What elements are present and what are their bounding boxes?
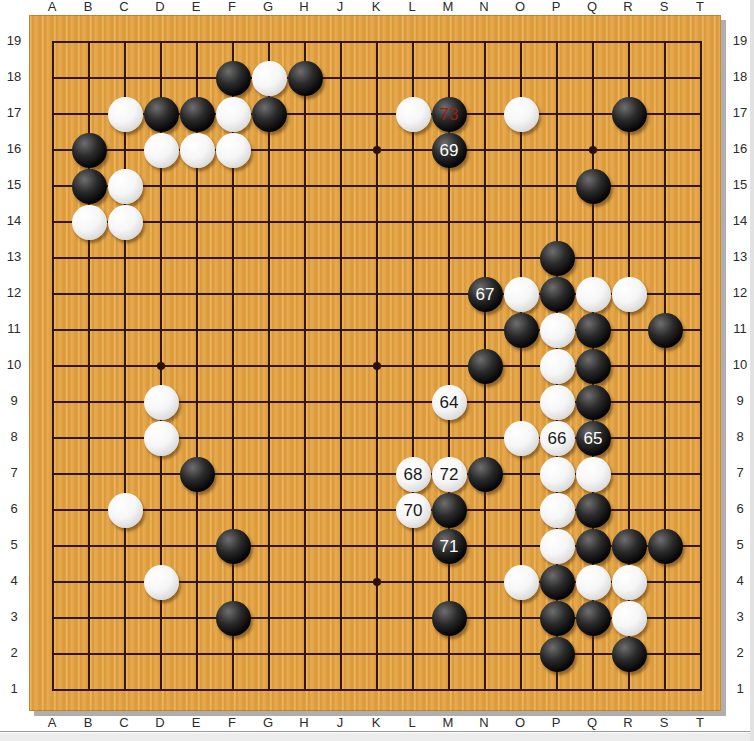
black-stone-B15[interactable] [72, 169, 107, 204]
right-coordinate-10: 10 [727, 358, 753, 372]
top-coordinate-B: B [78, 0, 98, 14]
right-coordinate-1: 1 [727, 682, 753, 696]
white-stone-O12[interactable] [504, 277, 539, 312]
left-coordinate-15: 15 [1, 178, 27, 192]
black-stone-Q8[interactable]: 65 [576, 421, 611, 456]
white-stone-C15[interactable] [108, 169, 143, 204]
top-coordinate-E: E [186, 0, 206, 14]
right-coordinate-3: 3 [727, 610, 753, 624]
left-coordinate-16: 16 [1, 142, 27, 156]
white-stone-O8[interactable] [504, 421, 539, 456]
left-coordinate-18: 18 [1, 70, 27, 84]
bottom-coordinate-M: M [438, 716, 458, 730]
black-stone-E7[interactable] [180, 457, 215, 492]
white-stone-L17[interactable] [396, 97, 431, 132]
top-coordinate-H: H [294, 0, 314, 14]
top-coordinate-M: M [438, 0, 458, 14]
black-stone-Q9[interactable] [576, 385, 611, 420]
grid-line-horizontal [52, 653, 702, 655]
star-point-Q16 [589, 146, 597, 154]
right-coordinate-18: 18 [727, 70, 753, 84]
black-stone-N7[interactable] [468, 457, 503, 492]
left-coordinate-14: 14 [1, 214, 27, 228]
white-stone-G18[interactable] [252, 61, 287, 96]
bottom-coordinate-S: S [654, 716, 674, 730]
black-stone-M3[interactable] [432, 601, 467, 636]
bottom-coordinate-T: T [690, 716, 710, 730]
top-coordinate-P: P [546, 0, 566, 14]
black-stone-M17[interactable]: 73 [432, 97, 467, 132]
bottom-coordinate-A: A [42, 716, 62, 730]
left-coordinate-7: 7 [1, 466, 27, 480]
bottom-coordinate-H: H [294, 716, 314, 730]
top-coordinate-O: O [510, 0, 530, 14]
white-stone-L6[interactable]: 70 [396, 493, 431, 528]
black-stone-Q11[interactable] [576, 313, 611, 348]
black-stone-P2[interactable] [540, 637, 575, 672]
black-stone-G17[interactable] [252, 97, 287, 132]
white-stone-M9[interactable]: 64 [432, 385, 467, 420]
black-stone-F5[interactable] [216, 529, 251, 564]
black-stone-P3[interactable] [540, 601, 575, 636]
white-stone-P9[interactable] [540, 385, 575, 420]
bottom-coordinate-C: C [114, 716, 134, 730]
bottom-coordinate-K: K [366, 716, 386, 730]
top-coordinate-T: T [690, 0, 710, 14]
black-stone-Q6[interactable] [576, 493, 611, 528]
right-coordinate-9: 9 [727, 394, 753, 408]
left-coordinate-5: 5 [1, 538, 27, 552]
right-coordinate-15: 15 [727, 178, 753, 192]
white-stone-R3[interactable] [612, 601, 647, 636]
white-stone-C17[interactable] [108, 97, 143, 132]
black-stone-M6[interactable] [432, 493, 467, 528]
white-stone-Q12[interactable] [576, 277, 611, 312]
black-stone-Q15[interactable] [576, 169, 611, 204]
bottom-coordinate-G: G [258, 716, 278, 730]
left-coordinate-13: 13 [1, 250, 27, 264]
white-stone-F17[interactable] [216, 97, 251, 132]
left-coordinate-9: 9 [1, 394, 27, 408]
right-coordinate-6: 6 [727, 502, 753, 516]
grid-line-vertical [700, 41, 702, 691]
black-stone-N10[interactable] [468, 349, 503, 384]
left-coordinate-12: 12 [1, 286, 27, 300]
white-stone-P8[interactable]: 66 [540, 421, 575, 456]
top-coordinate-K: K [366, 0, 386, 14]
white-stone-D16[interactable] [144, 133, 179, 168]
go-diagram-window: 73696764666568727071 AABBCCDDEEFFGGHHJJK… [0, 0, 754, 741]
bottom-coordinate-E: E [186, 716, 206, 730]
star-point-K16 [373, 146, 381, 154]
black-stone-M5[interactable]: 71 [432, 529, 467, 564]
right-coordinate-19: 19 [727, 34, 753, 48]
bottom-coordinate-R: R [618, 716, 638, 730]
right-coordinate-8: 8 [727, 430, 753, 444]
bottom-coordinate-J: J [330, 716, 350, 730]
left-coordinate-6: 6 [1, 502, 27, 516]
white-stone-D9[interactable] [144, 385, 179, 420]
left-coordinate-17: 17 [1, 106, 27, 120]
bottom-coordinate-L: L [402, 716, 422, 730]
right-coordinate-14: 14 [727, 214, 753, 228]
top-coordinate-S: S [654, 0, 674, 14]
black-stone-F18[interactable] [216, 61, 251, 96]
bottom-coordinate-B: B [78, 716, 98, 730]
star-point-K10 [373, 362, 381, 370]
bottom-coordinate-F: F [222, 716, 242, 730]
black-stone-R5[interactable] [612, 529, 647, 564]
white-stone-D4[interactable] [144, 565, 179, 600]
black-stone-N12[interactable]: 67 [468, 277, 503, 312]
black-stone-H18[interactable] [288, 61, 323, 96]
black-stone-R2[interactable] [612, 637, 647, 672]
right-coordinate-4: 4 [727, 574, 753, 588]
black-stone-S11[interactable] [648, 313, 683, 348]
white-stone-P11[interactable] [540, 313, 575, 348]
right-coordinate-17: 17 [727, 106, 753, 120]
bottom-coordinate-O: O [510, 716, 530, 730]
black-stone-D17[interactable] [144, 97, 179, 132]
left-coordinate-2: 2 [1, 646, 27, 660]
black-stone-S5[interactable] [648, 529, 683, 564]
white-stone-P6[interactable] [540, 493, 575, 528]
left-coordinate-10: 10 [1, 358, 27, 372]
left-coordinate-1: 1 [1, 682, 27, 696]
white-stone-P10[interactable] [540, 349, 575, 384]
right-coordinate-12: 12 [727, 286, 753, 300]
grid-line-horizontal [52, 689, 702, 691]
black-stone-Q5[interactable] [576, 529, 611, 564]
left-coordinate-4: 4 [1, 574, 27, 588]
white-stone-P5[interactable] [540, 529, 575, 564]
white-stone-E16[interactable] [180, 133, 215, 168]
bottom-coordinate-P: P [546, 716, 566, 730]
right-coordinate-11: 11 [727, 322, 753, 336]
grid-line-vertical [664, 41, 666, 691]
white-stone-O4[interactable] [504, 565, 539, 600]
white-stone-C14[interactable] [108, 205, 143, 240]
black-stone-Q10[interactable] [576, 349, 611, 384]
black-stone-M16[interactable]: 69 [432, 133, 467, 168]
left-coordinate-19: 19 [1, 34, 27, 48]
black-stone-P13[interactable] [540, 241, 575, 276]
white-stone-B14[interactable] [72, 205, 107, 240]
top-coordinate-F: F [222, 0, 242, 14]
white-stone-O17[interactable] [504, 97, 539, 132]
window-bottom-strip [0, 732, 754, 741]
black-stone-Q3[interactable] [576, 601, 611, 636]
right-coordinate-16: 16 [727, 142, 753, 156]
right-coordinate-5: 5 [727, 538, 753, 552]
star-point-D10 [157, 362, 165, 370]
white-stone-P7[interactable] [540, 457, 575, 492]
top-coordinate-R: R [618, 0, 638, 14]
star-point-K4 [373, 578, 381, 586]
top-coordinate-J: J [330, 0, 350, 14]
black-stone-R17[interactable] [612, 97, 647, 132]
black-stone-P4[interactable] [540, 565, 575, 600]
white-stone-R4[interactable] [612, 565, 647, 600]
white-stone-C6[interactable] [108, 493, 143, 528]
top-coordinate-Q: Q [582, 0, 602, 14]
white-stone-F16[interactable] [216, 133, 251, 168]
bottom-coordinate-D: D [150, 716, 170, 730]
white-stone-Q4[interactable] [576, 565, 611, 600]
top-coordinate-D: D [150, 0, 170, 14]
black-stone-E17[interactable] [180, 97, 215, 132]
bottom-coordinate-Q: Q [582, 716, 602, 730]
black-stone-O11[interactable] [504, 313, 539, 348]
black-stone-F3[interactable] [216, 601, 251, 636]
top-coordinate-N: N [474, 0, 494, 14]
white-stone-M7[interactable]: 72 [432, 457, 467, 492]
top-coordinate-A: A [42, 0, 62, 14]
go-board[interactable]: 73696764666568727071 [29, 15, 721, 711]
white-stone-Q7[interactable] [576, 457, 611, 492]
right-coordinate-2: 2 [727, 646, 753, 660]
bottom-coordinate-N: N [474, 716, 494, 730]
left-coordinate-8: 8 [1, 430, 27, 444]
white-stone-D8[interactable] [144, 421, 179, 456]
black-stone-B16[interactable] [72, 133, 107, 168]
grid-line-vertical [412, 41, 414, 691]
top-coordinate-G: G [258, 0, 278, 14]
top-coordinate-L: L [402, 0, 422, 14]
left-coordinate-11: 11 [1, 322, 27, 336]
black-stone-P12[interactable] [540, 277, 575, 312]
top-coordinate-C: C [114, 0, 134, 14]
right-coordinate-13: 13 [727, 250, 753, 264]
left-coordinate-3: 3 [1, 610, 27, 624]
white-stone-R12[interactable] [612, 277, 647, 312]
right-coordinate-7: 7 [727, 466, 753, 480]
white-stone-L7[interactable]: 68 [396, 457, 431, 492]
